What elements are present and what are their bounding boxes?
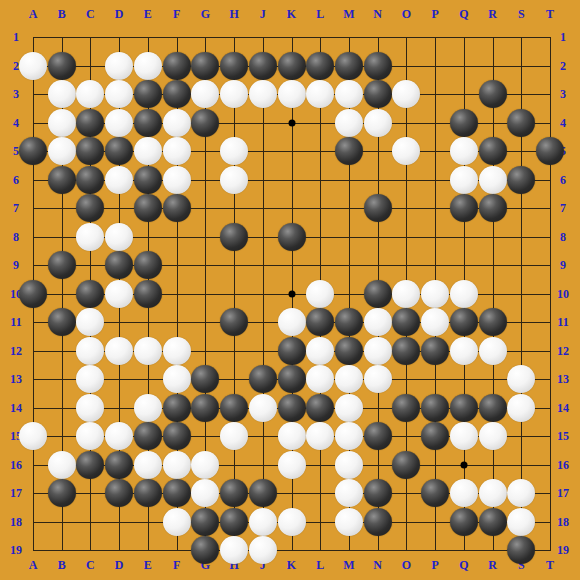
white-stone-H3[interactable]	[220, 80, 248, 108]
white-stone-C3[interactable]	[76, 80, 104, 108]
black-stone-Q4[interactable]	[450, 109, 478, 137]
row-label-left-19: 19	[10, 544, 22, 556]
white-stone-K15[interactable]	[278, 422, 306, 450]
white-stone-D4[interactable]	[105, 109, 133, 137]
black-stone-E4[interactable]	[134, 109, 162, 137]
row-label-right-7: 7	[560, 202, 566, 214]
white-stone-D3[interactable]	[105, 80, 133, 108]
column-label-top-A: A	[29, 8, 38, 20]
white-stone-C8[interactable]	[76, 223, 104, 251]
black-stone-L2[interactable]	[306, 52, 334, 80]
grid-horizontal-line	[33, 550, 551, 551]
column-label-top-B: B	[58, 8, 66, 20]
row-label-right-10: 10	[557, 288, 569, 300]
black-stone-H11[interactable]	[220, 308, 248, 336]
white-stone-L13[interactable]	[306, 365, 334, 393]
black-stone-D17[interactable]	[105, 479, 133, 507]
white-stone-S14[interactable]	[507, 394, 535, 422]
row-label-right-4: 4	[560, 117, 566, 129]
black-stone-E10[interactable]	[134, 280, 162, 308]
black-stone-J13[interactable]	[249, 365, 277, 393]
row-label-left-1: 1	[13, 31, 19, 43]
black-stone-Q11[interactable]	[450, 308, 478, 336]
white-stone-M18[interactable]	[335, 508, 363, 536]
white-stone-M16[interactable]	[335, 451, 363, 479]
white-stone-M4[interactable]	[335, 109, 363, 137]
column-label-top-F: F	[173, 8, 180, 20]
black-stone-G14[interactable]	[191, 394, 219, 422]
column-label-top-J: J	[260, 8, 266, 20]
row-label-right-13: 13	[557, 373, 569, 385]
black-stone-G2[interactable]	[191, 52, 219, 80]
row-label-left-14: 14	[10, 402, 22, 414]
white-stone-L3[interactable]	[306, 80, 334, 108]
black-stone-D5[interactable]	[105, 137, 133, 165]
white-stone-S13[interactable]	[507, 365, 535, 393]
black-stone-B17[interactable]	[48, 479, 76, 507]
white-stone-P11[interactable]	[421, 308, 449, 336]
white-stone-E16[interactable]	[134, 451, 162, 479]
black-stone-M12[interactable]	[335, 337, 363, 365]
black-stone-F3[interactable]	[163, 80, 191, 108]
white-stone-R15[interactable]	[479, 422, 507, 450]
white-stone-R6[interactable]	[479, 166, 507, 194]
black-stone-H8[interactable]	[220, 223, 248, 251]
column-label-top-Q: Q	[459, 8, 468, 20]
white-stone-Q5[interactable]	[450, 137, 478, 165]
black-stone-B2[interactable]	[48, 52, 76, 80]
row-label-left-6: 6	[13, 174, 19, 186]
row-label-right-1: 1	[560, 31, 566, 43]
row-label-left-18: 18	[10, 516, 22, 528]
black-stone-K14[interactable]	[278, 394, 306, 422]
black-stone-A5[interactable]	[19, 137, 47, 165]
black-stone-Q7[interactable]	[450, 194, 478, 222]
white-stone-G3[interactable]	[191, 80, 219, 108]
white-stone-C15[interactable]	[76, 422, 104, 450]
black-stone-R18[interactable]	[479, 508, 507, 536]
white-stone-S17[interactable]	[507, 479, 535, 507]
black-stone-P15[interactable]	[421, 422, 449, 450]
white-stone-L15[interactable]	[306, 422, 334, 450]
white-stone-B3[interactable]	[48, 80, 76, 108]
black-stone-N2[interactable]	[364, 52, 392, 80]
black-stone-J17[interactable]	[249, 479, 277, 507]
column-label-bottom-D: D	[115, 559, 124, 571]
black-stone-B11[interactable]	[48, 308, 76, 336]
white-stone-D15[interactable]	[105, 422, 133, 450]
black-stone-B9[interactable]	[48, 251, 76, 279]
row-label-left-9: 9	[13, 259, 19, 271]
white-stone-O10[interactable]	[392, 280, 420, 308]
white-stone-S18[interactable]	[507, 508, 535, 536]
row-label-left-13: 13	[10, 373, 22, 385]
column-label-bottom-B: B	[58, 559, 66, 571]
black-stone-B6[interactable]	[48, 166, 76, 194]
white-stone-Q10[interactable]	[450, 280, 478, 308]
black-stone-M2[interactable]	[335, 52, 363, 80]
column-label-top-R: R	[488, 8, 497, 20]
white-stone-R17[interactable]	[479, 479, 507, 507]
star-point-K4	[288, 119, 295, 126]
white-stone-F12[interactable]	[163, 337, 191, 365]
column-label-top-O: O	[402, 8, 411, 20]
white-stone-K16[interactable]	[278, 451, 306, 479]
column-label-top-D: D	[115, 8, 124, 20]
black-stone-R3[interactable]	[479, 80, 507, 108]
white-stone-O3[interactable]	[392, 80, 420, 108]
white-stone-B4[interactable]	[48, 109, 76, 137]
white-stone-M17[interactable]	[335, 479, 363, 507]
column-label-top-L: L	[316, 8, 324, 20]
black-stone-E7[interactable]	[134, 194, 162, 222]
row-label-right-6: 6	[560, 174, 566, 186]
white-stone-J14[interactable]	[249, 394, 277, 422]
white-stone-M15[interactable]	[335, 422, 363, 450]
column-label-bottom-F: F	[173, 559, 180, 571]
white-stone-F4[interactable]	[163, 109, 191, 137]
white-stone-F13[interactable]	[163, 365, 191, 393]
black-stone-P14[interactable]	[421, 394, 449, 422]
black-stone-Q14[interactable]	[450, 394, 478, 422]
black-stone-H17[interactable]	[220, 479, 248, 507]
column-label-top-C: C	[86, 8, 95, 20]
row-label-right-16: 16	[557, 459, 569, 471]
row-label-right-18: 18	[557, 516, 569, 528]
row-label-left-4: 4	[13, 117, 19, 129]
white-stone-F16[interactable]	[163, 451, 191, 479]
white-stone-P10[interactable]	[421, 280, 449, 308]
black-stone-E9[interactable]	[134, 251, 162, 279]
row-label-left-11: 11	[10, 316, 21, 328]
white-stone-J19[interactable]	[249, 536, 277, 564]
black-stone-R5[interactable]	[479, 137, 507, 165]
black-stone-C6[interactable]	[76, 166, 104, 194]
white-stone-A15[interactable]	[19, 422, 47, 450]
white-stone-C12[interactable]	[76, 337, 104, 365]
white-stone-K3[interactable]	[278, 80, 306, 108]
black-stone-J2[interactable]	[249, 52, 277, 80]
black-stone-R14[interactable]	[479, 394, 507, 422]
row-label-right-14: 14	[557, 402, 569, 414]
white-stone-E12[interactable]	[134, 337, 162, 365]
black-stone-P17[interactable]	[421, 479, 449, 507]
black-stone-C7[interactable]	[76, 194, 104, 222]
row-label-right-2: 2	[560, 60, 566, 72]
row-label-right-8: 8	[560, 231, 566, 243]
black-stone-Q18[interactable]	[450, 508, 478, 536]
row-label-right-9: 9	[560, 259, 566, 271]
black-stone-R7[interactable]	[479, 194, 507, 222]
black-stone-N10[interactable]	[364, 280, 392, 308]
column-label-bottom-M: M	[343, 559, 354, 571]
black-stone-D16[interactable]	[105, 451, 133, 479]
black-stone-C10[interactable]	[76, 280, 104, 308]
row-label-right-19: 19	[557, 544, 569, 556]
black-stone-K8[interactable]	[278, 223, 306, 251]
row-label-left-17: 17	[10, 487, 22, 499]
white-stone-J18[interactable]	[249, 508, 277, 536]
black-stone-K2[interactable]	[278, 52, 306, 80]
grid-vertical-line	[493, 37, 494, 551]
white-stone-Q12[interactable]	[450, 337, 478, 365]
black-stone-H18[interactable]	[220, 508, 248, 536]
white-stone-A2[interactable]	[19, 52, 47, 80]
white-stone-B5[interactable]	[48, 137, 76, 165]
column-label-bottom-L: L	[316, 559, 324, 571]
black-stone-N3[interactable]	[364, 80, 392, 108]
column-label-bottom-C: C	[86, 559, 95, 571]
black-stone-S19[interactable]	[507, 536, 535, 564]
row-label-left-8: 8	[13, 231, 19, 243]
column-label-top-H: H	[229, 8, 238, 20]
white-stone-Q17[interactable]	[450, 479, 478, 507]
black-stone-H14[interactable]	[220, 394, 248, 422]
white-stone-N13[interactable]	[364, 365, 392, 393]
white-stone-C13[interactable]	[76, 365, 104, 393]
white-stone-G16[interactable]	[191, 451, 219, 479]
black-stone-K13[interactable]	[278, 365, 306, 393]
black-stone-E15[interactable]	[134, 422, 162, 450]
white-stone-C14[interactable]	[76, 394, 104, 422]
column-label-bottom-R: R	[488, 559, 497, 571]
row-label-right-15: 15	[557, 430, 569, 442]
white-stone-D10[interactable]	[105, 280, 133, 308]
column-label-top-M: M	[343, 8, 354, 20]
white-stone-M13[interactable]	[335, 365, 363, 393]
white-stone-O5[interactable]	[392, 137, 420, 165]
black-stone-C16[interactable]	[76, 451, 104, 479]
black-stone-G19[interactable]	[191, 536, 219, 564]
star-point-Q16	[460, 461, 467, 468]
black-stone-N7[interactable]	[364, 194, 392, 222]
white-stone-D8[interactable]	[105, 223, 133, 251]
black-stone-H2[interactable]	[220, 52, 248, 80]
column-label-bottom-Q: Q	[459, 559, 468, 571]
black-stone-E3[interactable]	[134, 80, 162, 108]
column-label-bottom-P: P	[431, 559, 438, 571]
black-stone-G4[interactable]	[191, 109, 219, 137]
black-stone-T5[interactable]	[536, 137, 564, 165]
white-stone-K11[interactable]	[278, 308, 306, 336]
column-label-top-G: G	[201, 8, 210, 20]
black-stone-F2[interactable]	[163, 52, 191, 80]
black-stone-G13[interactable]	[191, 365, 219, 393]
go-board[interactable]: AABBCCDDEEFFGGHHJJKKLLMMNNOOPPQQRRSSTT11…	[0, 0, 580, 580]
black-stone-O16[interactable]	[392, 451, 420, 479]
white-stone-K18[interactable]	[278, 508, 306, 536]
black-stone-M11[interactable]	[335, 308, 363, 336]
column-label-top-T: T	[546, 8, 554, 20]
column-label-top-K: K	[287, 8, 296, 20]
white-stone-D6[interactable]	[105, 166, 133, 194]
row-label-right-11: 11	[557, 316, 568, 328]
white-stone-F6[interactable]	[163, 166, 191, 194]
black-stone-O12[interactable]	[392, 337, 420, 365]
black-stone-O14[interactable]	[392, 394, 420, 422]
white-stone-J3[interactable]	[249, 80, 277, 108]
black-stone-P12[interactable]	[421, 337, 449, 365]
star-point-K10	[288, 290, 295, 297]
white-stone-D2[interactable]	[105, 52, 133, 80]
column-label-bottom-N: N	[373, 559, 382, 571]
black-stone-M5[interactable]	[335, 137, 363, 165]
white-stone-E14[interactable]	[134, 394, 162, 422]
column-label-bottom-T: T	[546, 559, 554, 571]
white-stone-E2[interactable]	[134, 52, 162, 80]
black-stone-F7[interactable]	[163, 194, 191, 222]
row-label-right-12: 12	[557, 345, 569, 357]
white-stone-N4[interactable]	[364, 109, 392, 137]
white-stone-D12[interactable]	[105, 337, 133, 365]
black-stone-S6[interactable]	[507, 166, 535, 194]
white-stone-M3[interactable]	[335, 80, 363, 108]
white-stone-R12[interactable]	[479, 337, 507, 365]
white-stone-H19[interactable]	[220, 536, 248, 564]
black-stone-F14[interactable]	[163, 394, 191, 422]
grid-vertical-line	[550, 37, 551, 551]
column-label-bottom-A: A	[29, 559, 38, 571]
black-stone-G18[interactable]	[191, 508, 219, 536]
column-label-top-P: P	[431, 8, 438, 20]
white-stone-N11[interactable]	[364, 308, 392, 336]
black-stone-K12[interactable]	[278, 337, 306, 365]
black-stone-E6[interactable]	[134, 166, 162, 194]
black-stone-S4[interactable]	[507, 109, 535, 137]
black-stone-A10[interactable]	[19, 280, 47, 308]
white-stone-E5[interactable]	[134, 137, 162, 165]
white-stone-N12[interactable]	[364, 337, 392, 365]
white-stone-Q6[interactable]	[450, 166, 478, 194]
row-label-right-17: 17	[557, 487, 569, 499]
black-stone-F17[interactable]	[163, 479, 191, 507]
white-stone-H6[interactable]	[220, 166, 248, 194]
white-stone-B16[interactable]	[48, 451, 76, 479]
row-label-left-7: 7	[13, 202, 19, 214]
white-stone-G17[interactable]	[191, 479, 219, 507]
column-label-bottom-O: O	[402, 559, 411, 571]
black-stone-C5[interactable]	[76, 137, 104, 165]
white-stone-M14[interactable]	[335, 394, 363, 422]
white-stone-H5[interactable]	[220, 137, 248, 165]
black-stone-L11[interactable]	[306, 308, 334, 336]
black-stone-R11[interactable]	[479, 308, 507, 336]
row-label-left-3: 3	[13, 88, 19, 100]
column-label-bottom-K: K	[287, 559, 296, 571]
black-stone-E17[interactable]	[134, 479, 162, 507]
white-stone-L10[interactable]	[306, 280, 334, 308]
black-stone-N17[interactable]	[364, 479, 392, 507]
column-label-top-S: S	[518, 8, 525, 20]
black-stone-C4[interactable]	[76, 109, 104, 137]
column-label-top-E: E	[144, 8, 152, 20]
white-stone-Q15[interactable]	[450, 422, 478, 450]
white-stone-C11[interactable]	[76, 308, 104, 336]
black-stone-N15[interactable]	[364, 422, 392, 450]
black-stone-F15[interactable]	[163, 422, 191, 450]
row-label-right-3: 3	[560, 88, 566, 100]
row-label-left-12: 12	[10, 345, 22, 357]
black-stone-L14[interactable]	[306, 394, 334, 422]
black-stone-O11[interactable]	[392, 308, 420, 336]
column-label-bottom-E: E	[144, 559, 152, 571]
white-stone-F18[interactable]	[163, 508, 191, 536]
white-stone-L12[interactable]	[306, 337, 334, 365]
column-label-top-N: N	[373, 8, 382, 20]
black-stone-N18[interactable]	[364, 508, 392, 536]
white-stone-H15[interactable]	[220, 422, 248, 450]
black-stone-D9[interactable]	[105, 251, 133, 279]
white-stone-F5[interactable]	[163, 137, 191, 165]
row-label-left-16: 16	[10, 459, 22, 471]
